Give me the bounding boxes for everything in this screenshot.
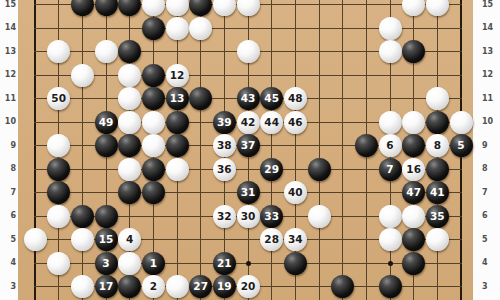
stone-B-H11 [189, 87, 212, 110]
stone-W-F9 [142, 134, 165, 157]
stone-W-Q13 [379, 40, 402, 63]
stone-W-G3 [166, 275, 189, 298]
stone-B-J4-move-21: 21 [213, 252, 236, 275]
stone-B-L11-move-45: 45 [260, 87, 283, 110]
row-label-right-14: 14 [482, 24, 496, 32]
stone-W-E8 [118, 158, 141, 181]
stone-W-Q10 [379, 111, 402, 134]
row-label-left-4: 4 [2, 259, 16, 267]
stone-B-F12 [142, 64, 165, 87]
row-label-right-8: 8 [482, 165, 496, 173]
stone-B-D5-move-15: 15 [95, 228, 118, 251]
stone-B-S6-move-35: 35 [426, 205, 449, 228]
stone-W-E5-move-4: 4 [118, 228, 141, 251]
stone-B-E13 [118, 40, 141, 63]
row-label-right-12: 12 [482, 71, 496, 79]
stone-W-K10-move-42: 42 [237, 111, 260, 134]
grid-vline [82, 0, 83, 300]
stone-B-D6 [95, 205, 118, 228]
stone-B-Q8-move-7: 7 [379, 158, 402, 181]
stone-B-S10 [426, 111, 449, 134]
stone-B-E7 [118, 181, 141, 204]
stone-B-F4-move-1: 1 [142, 252, 165, 275]
stone-B-L8-move-29: 29 [260, 158, 283, 181]
stone-W-E12 [118, 64, 141, 87]
stone-W-B11-move-50: 50 [47, 87, 70, 110]
row-label-left-7: 7 [2, 189, 16, 197]
row-label-right-13: 13 [482, 48, 496, 56]
stone-W-G14 [166, 17, 189, 40]
star-point-K4 [246, 261, 251, 266]
stone-W-K3-move-20: 20 [237, 275, 260, 298]
stone-W-C3 [71, 275, 94, 298]
row-labels-left-gutter [0, 0, 18, 300]
row-label-left-14: 14 [2, 24, 16, 32]
stone-B-H3-move-27: 27 [189, 275, 212, 298]
stone-W-G12-move-12: 12 [166, 64, 189, 87]
stone-W-K6-move-30: 30 [237, 205, 260, 228]
row-label-left-10: 10 [2, 118, 16, 126]
stone-B-G11-move-13: 13 [166, 87, 189, 110]
stone-B-D10-move-49: 49 [95, 111, 118, 134]
row-label-right-5: 5 [482, 236, 496, 244]
row-label-right-3: 3 [482, 283, 496, 291]
stone-B-D4-move-3: 3 [95, 252, 118, 275]
stone-W-J9-move-38: 38 [213, 134, 236, 157]
row-labels-right-gutter [473, 0, 500, 300]
stone-B-D3-move-17: 17 [95, 275, 118, 298]
stone-W-Q6 [379, 205, 402, 228]
stone-B-E9 [118, 134, 141, 157]
stone-W-E4 [118, 252, 141, 275]
stone-W-E11 [118, 87, 141, 110]
stone-W-K13 [237, 40, 260, 63]
stone-B-S7-move-41: 41 [426, 181, 449, 204]
row-label-right-15: 15 [482, 1, 496, 9]
stone-W-S11 [426, 87, 449, 110]
stone-B-R4 [402, 252, 425, 275]
stone-W-L10-move-44: 44 [260, 111, 283, 134]
stone-W-A5 [24, 228, 47, 251]
row-label-left-15: 15 [2, 1, 16, 9]
stone-B-P9 [355, 134, 378, 157]
stone-W-B9 [47, 134, 70, 157]
stone-W-C12 [71, 64, 94, 87]
stone-W-M7-move-40: 40 [284, 181, 307, 204]
row-label-right-11: 11 [482, 95, 496, 103]
stone-W-Q5 [379, 228, 402, 251]
stone-W-R6 [402, 205, 425, 228]
row-label-right-4: 4 [482, 259, 496, 267]
grid-vline [200, 0, 201, 300]
stone-W-J8-move-36: 36 [213, 158, 236, 181]
row-label-left-3: 3 [2, 283, 16, 291]
stone-B-S8 [426, 158, 449, 181]
stone-W-J6-move-32: 32 [213, 205, 236, 228]
row-label-right-7: 7 [482, 189, 496, 197]
stone-W-L5-move-28: 28 [260, 228, 283, 251]
stone-W-T10 [450, 111, 473, 134]
stone-B-T9-move-5: 5 [450, 134, 473, 157]
stone-B-N8 [308, 158, 331, 181]
stone-W-B4 [47, 252, 70, 275]
stone-W-M11-move-48: 48 [284, 87, 307, 110]
grid-vline [342, 0, 343, 300]
row-label-right-10: 10 [482, 118, 496, 126]
stone-W-B6 [47, 205, 70, 228]
stone-B-F8 [142, 158, 165, 181]
star-point-Q4 [388, 261, 393, 266]
grid-vline [271, 0, 272, 300]
stone-W-S5 [426, 228, 449, 251]
stone-B-D9 [95, 134, 118, 157]
stone-W-D13 [95, 40, 118, 63]
row-label-left-5: 5 [2, 236, 16, 244]
stone-B-B8 [47, 158, 70, 181]
stone-B-L6-move-33: 33 [260, 205, 283, 228]
stone-W-M5-move-34: 34 [284, 228, 307, 251]
row-label-left-9: 9 [2, 142, 16, 150]
stone-W-S9-move-8: 8 [426, 134, 449, 157]
stone-W-R8-move-16: 16 [402, 158, 425, 181]
stone-B-F11 [142, 87, 165, 110]
stone-B-G10 [166, 111, 189, 134]
grid-vline [319, 0, 320, 300]
row-label-left-11: 11 [2, 95, 16, 103]
stone-W-R10 [402, 111, 425, 134]
stone-B-M4 [284, 252, 307, 275]
go-kifu-diagram: 1250134345484939424446383768536297163140… [0, 0, 500, 300]
row-label-left-6: 6 [2, 212, 16, 220]
stone-W-M10-move-46: 46 [284, 111, 307, 134]
stone-B-K11-move-43: 43 [237, 87, 260, 110]
stone-W-Q9-move-6: 6 [379, 134, 402, 157]
stone-W-Q14 [379, 17, 402, 40]
stone-B-C6 [71, 205, 94, 228]
grid-vline [34, 0, 36, 300]
row-label-right-6: 6 [482, 212, 496, 220]
stone-B-F14 [142, 17, 165, 40]
stone-B-G9 [166, 134, 189, 157]
stone-B-J10-move-39: 39 [213, 111, 236, 134]
stone-W-C5 [71, 228, 94, 251]
stone-B-K7-move-31: 31 [237, 181, 260, 204]
stone-B-B7 [47, 181, 70, 204]
row-label-right-9: 9 [482, 142, 496, 150]
stone-W-G8 [166, 158, 189, 181]
row-label-left-13: 13 [2, 48, 16, 56]
stone-W-H14 [189, 17, 212, 40]
stone-B-K9-move-37: 37 [237, 134, 260, 157]
stone-W-N6 [308, 205, 331, 228]
row-label-left-12: 12 [2, 71, 16, 79]
stone-B-O3 [331, 275, 354, 298]
stone-B-Q3 [379, 275, 402, 298]
row-label-left-8: 8 [2, 165, 16, 173]
stone-B-E3 [118, 275, 141, 298]
grid-hline [34, 75, 462, 76]
stone-W-B13 [47, 40, 70, 63]
stone-W-F10 [142, 111, 165, 134]
stone-B-J3-move-19: 19 [213, 275, 236, 298]
stone-B-F7 [142, 181, 165, 204]
stone-W-F3-move-2: 2 [142, 275, 165, 298]
stone-W-E10 [118, 111, 141, 134]
